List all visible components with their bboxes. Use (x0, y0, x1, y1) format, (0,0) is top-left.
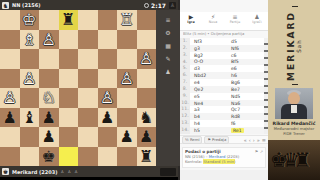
tab-partije[interactable]: ≡Partije (224, 12, 246, 30)
square-d3[interactable] (78, 49, 98, 69)
square-c8[interactable] (98, 147, 118, 167)
black-move[interactable]: Rd8 (227, 114, 264, 119)
tab-nova[interactable]: ⚡Nova (202, 12, 224, 30)
board-theme-icon[interactable]: ▦ (156, 42, 180, 49)
square-e4[interactable] (59, 69, 79, 89)
move-row-2[interactable]: 2.g3Nf6 (180, 45, 264, 52)
black-move[interactable]: Nd5 (227, 94, 264, 99)
square-b5[interactable] (117, 88, 137, 108)
move-row-9[interactable]: 9.e5Nd5 (180, 93, 264, 100)
move-row-14[interactable]: 14.h5Re1 (180, 127, 264, 134)
settings-icon[interactable]: ⚙ (156, 29, 180, 36)
square-d4[interactable] (78, 69, 98, 89)
tab-icon: ⚡ (202, 13, 224, 20)
square-d1[interactable] (78, 10, 98, 30)
white-move[interactable]: Bg2 (190, 53, 227, 58)
nav-button-3[interactable]: » (257, 136, 260, 144)
square-g5[interactable] (20, 88, 40, 108)
channel-subtitle: Šah (296, 6, 302, 86)
nav-button-2[interactable]: › (253, 136, 255, 144)
captured-pieces: ♙ ♙ ♙ (61, 169, 79, 174)
square-b8[interactable] (117, 147, 137, 167)
streamer-fide-title: FIDE Trener (268, 131, 320, 136)
square-f5[interactable]: ♘ (39, 88, 59, 108)
square-g1[interactable]: ♔ (20, 10, 40, 30)
chess-board[interactable]: ♔♜♖♗♙♙♙♙♙♘♙♟♝♟♟♞♟♟♟♚♜ (0, 10, 156, 166)
tab-label: Igra (181, 20, 202, 24)
tab-icon: ♟ (246, 13, 268, 20)
channel-name: MERIKARD (286, 6, 296, 86)
clock-icon (144, 3, 149, 8)
black-move[interactable]: Re1 (227, 128, 264, 133)
time-control-highlight: Standard (5 min) (203, 159, 235, 164)
square-e2[interactable] (59, 30, 79, 50)
tab-label: Nova (203, 20, 224, 24)
black-move[interactable]: Bf5 (227, 59, 264, 64)
square-a4[interactable] (137, 69, 157, 89)
square-f2[interactable]: ♙ (39, 30, 59, 50)
move-row-3[interactable]: 3.Bg2c6 (180, 52, 264, 59)
tab-icon: ▶ (180, 13, 202, 20)
offer-draw-button[interactable]: ½ Remi (182, 136, 202, 144)
square-f6[interactable]: ♟ (39, 108, 59, 128)
black-move[interactable]: Be7 (227, 87, 264, 92)
square-e7[interactable] (59, 127, 79, 147)
square-c5[interactable]: ♙ (98, 88, 118, 108)
edit-icon[interactable]: ✎ (156, 55, 180, 62)
square-e1[interactable]: ♜ (59, 10, 79, 30)
black-move[interactable]: Nf6 (227, 46, 264, 51)
nav-button-0[interactable]: « (244, 136, 247, 144)
black-move[interactable]: c6 (227, 53, 264, 58)
white-move[interactable]: h4 (190, 121, 227, 126)
move-number: 1. (180, 38, 190, 45)
move-list[interactable]: 1.Nf3d52.g3Nf63.Bg2c64.O-OBf55.d3e66.Nbd… (180, 38, 264, 134)
tab-label: Partije (225, 20, 246, 24)
square-d2[interactable] (78, 30, 98, 50)
move-row-4[interactable]: 4.O-OBf5 (180, 59, 264, 66)
white-move[interactable]: e4 (190, 80, 227, 85)
black-move[interactable]: Qc7 (227, 107, 264, 112)
square-h6[interactable]: ♟ (0, 108, 20, 128)
white-move[interactable]: Nbd2 (190, 73, 227, 78)
square-c3[interactable] (98, 49, 118, 69)
black-move[interactable]: d5 (227, 39, 264, 44)
square-f1[interactable] (39, 10, 59, 30)
tab-igra[interactable]: ▶Igra (180, 12, 202, 30)
tab-igrači[interactable]: ♟Igrači (246, 12, 268, 30)
white-move[interactable]: g3 (190, 46, 227, 51)
square-h8[interactable] (0, 147, 20, 167)
square-g4[interactable]: ♙ (20, 69, 40, 89)
square-h5[interactable]: ♙ (0, 88, 20, 108)
menu-icon[interactable]: ≡ (156, 16, 180, 23)
square-g3[interactable] (20, 49, 40, 69)
square-h1[interactable] (0, 10, 20, 30)
white-move[interactable]: Qe2 (190, 87, 227, 92)
square-d6[interactable] (78, 108, 98, 128)
move-number: 11. (180, 106, 190, 113)
black-move[interactable]: f6 (227, 121, 264, 126)
square-c6[interactable]: ♟ (98, 108, 118, 128)
white-move[interactable]: Ne4 (190, 101, 227, 106)
square-f8[interactable]: ♚ (39, 147, 59, 167)
game-header: Blitz (5 min) • Ocijenjena partija (183, 31, 263, 36)
move-row-6[interactable]: 6.Nbd2h6 (180, 72, 264, 79)
corner-piece-button[interactable]: ♙ (169, 2, 176, 9)
move-row-11[interactable]: 11.a3Qc7 (180, 106, 264, 113)
opponent-name: NN (2156) (12, 2, 41, 8)
game-controls: ½ Remi ⚑ Predaja «‹›»≡ (180, 135, 268, 144)
panel-footer (180, 170, 268, 180)
move-row-12[interactable]: 12.b4Rd8 (180, 113, 264, 120)
player-name: Merikard (2203) (12, 169, 58, 175)
black-clock (160, 168, 176, 176)
square-e5[interactable] (59, 88, 79, 108)
streamer-name-block: Rikard Medančić Međunarodni majstor FIDE… (268, 121, 320, 136)
square-h2[interactable] (0, 30, 20, 50)
square-e8[interactable] (59, 147, 79, 167)
white-move[interactable]: d3 (190, 66, 227, 71)
nav-button-1[interactable]: ‹ (249, 136, 251, 144)
letterbox-strip (0, 177, 178, 180)
selected-move: Re1 (231, 128, 244, 133)
square-b4[interactable]: ♙ (117, 69, 137, 89)
move-row-5[interactable]: 5.d3e6 (180, 65, 264, 72)
square-g8[interactable] (20, 147, 40, 167)
square-g2[interactable]: ♗ (20, 30, 40, 50)
square-a1[interactable] (137, 10, 157, 30)
square-a5[interactable] (137, 88, 157, 108)
square-b1[interactable]: ♖ (117, 10, 137, 30)
white-move[interactable]: e5 (190, 94, 227, 99)
move-row-1[interactable]: 1.Nf3d5 (180, 38, 264, 45)
square-e3[interactable] (59, 49, 79, 69)
square-h3[interactable] (0, 49, 20, 69)
square-b3[interactable] (117, 49, 137, 69)
game-info-box: ⚑ ↗ Podaci o partiji NN (2156) – Merikar… (182, 147, 266, 168)
nav-button-4[interactable]: ≡ (262, 136, 266, 144)
moves-panel: ▶Igra⚡Nova≡Partije♟Igrači Blitz (5 min) … (180, 0, 268, 180)
black-move[interactable]: e6 (227, 66, 264, 71)
move-number: 13. (180, 120, 190, 127)
move-row-10[interactable]: 10.Ne4Na6 (180, 100, 264, 107)
panel-tabs: ▶Igra⚡Nova≡Partije♟Igrači (180, 12, 268, 31)
square-a6[interactable]: ♞ (137, 108, 157, 128)
square-e6[interactable] (59, 108, 79, 128)
square-h7[interactable] (0, 127, 20, 147)
square-b7[interactable]: ♟ (117, 127, 137, 147)
square-d5[interactable] (78, 88, 98, 108)
side-icon-strip: ≡⚙▦✎♟ (156, 10, 180, 166)
banner-rule-bottom (292, 84, 298, 85)
move-navigation[interactable]: «‹›»≡ (244, 136, 266, 144)
move-number: 10. (180, 100, 190, 107)
white-move[interactable]: a3 (190, 107, 227, 112)
player-avatar-icon: ♚ (2, 168, 9, 175)
white-move[interactable]: b4 (190, 114, 227, 119)
channel-wordmark: MERIKARD Šah (286, 6, 302, 86)
square-a7[interactable]: ♟ (137, 127, 157, 147)
move-number: 7. (180, 79, 190, 86)
square-a3[interactable]: ♙ (137, 49, 157, 69)
resign-button[interactable]: ⚑ Predaja (204, 136, 229, 144)
square-c4[interactable] (98, 69, 118, 89)
tab-label: Igrači (247, 20, 268, 24)
black-move[interactable]: Bg6 (227, 80, 264, 85)
info-icons[interactable]: ⚑ ↗ (255, 149, 263, 154)
square-h4[interactable] (0, 69, 20, 89)
move-number: 3. (180, 52, 190, 59)
move-number: 2. (180, 45, 190, 52)
white-clock: 2:17 (144, 2, 166, 9)
move-number: 9. (180, 93, 190, 100)
move-number: 5. (180, 65, 190, 72)
streamer-photo (275, 88, 313, 119)
square-f7[interactable]: ♟ (39, 127, 59, 147)
square-g7[interactable] (20, 127, 40, 147)
move-number: 4. (180, 59, 190, 66)
square-a8[interactable]: ♜ (137, 147, 157, 167)
pawn-icon[interactable]: ♟ (156, 68, 180, 75)
white-move[interactable]: h5 (190, 128, 227, 133)
info-time-control: Kontrola: Standard (5 min) (185, 159, 263, 164)
chess-pieces-photo: ♚♛♜ (268, 140, 320, 180)
move-number: 8. (180, 86, 190, 93)
bottom-player-bar: ♚ Merikard (2203) ♙ ♙ ♙ (0, 166, 178, 177)
square-g6[interactable]: ♝ (20, 108, 40, 128)
stream-frame: ♞ NN (2156) 2:17 ♙ ♔♜♖♗♙♙♙♙♙♘♙♟♝♟♟♞♟♟♟♚♜… (0, 0, 320, 180)
square-b2[interactable] (117, 30, 137, 50)
channel-banner: MERIKARD Šah Rikard Medančić Međunarodni… (268, 0, 320, 180)
square-c7[interactable] (98, 127, 118, 147)
pieces-silhouette: ♚♛♜ (270, 148, 306, 172)
tab-icon: ≡ (224, 13, 246, 20)
square-d7[interactable] (78, 127, 98, 147)
opponent-avatar-icon: ♞ (2, 2, 9, 9)
move-row-7[interactable]: 7.e4Bg6 (180, 79, 264, 86)
square-c1[interactable] (98, 10, 118, 30)
square-a2[interactable] (137, 30, 157, 50)
black-move[interactable]: h6 (227, 73, 264, 78)
top-player-bar: ♞ NN (2156) 2:17 ♙ (0, 0, 178, 10)
move-row-8[interactable]: 8.Qe2Be7 (180, 86, 264, 93)
move-number: 14. (180, 127, 190, 134)
square-f3[interactable] (39, 49, 59, 69)
square-d8[interactable] (78, 147, 98, 167)
move-row-13[interactable]: 13.h4f6 (180, 120, 264, 127)
white-move[interactable]: O-O (190, 59, 227, 64)
black-move[interactable]: Na6 (227, 101, 264, 106)
move-number: 6. (180, 72, 190, 79)
square-b6[interactable] (117, 108, 137, 128)
move-number: 12. (180, 113, 190, 120)
white-move[interactable]: Nf3 (190, 39, 227, 44)
square-c2[interactable] (98, 30, 118, 50)
square-f4[interactable] (39, 69, 59, 89)
